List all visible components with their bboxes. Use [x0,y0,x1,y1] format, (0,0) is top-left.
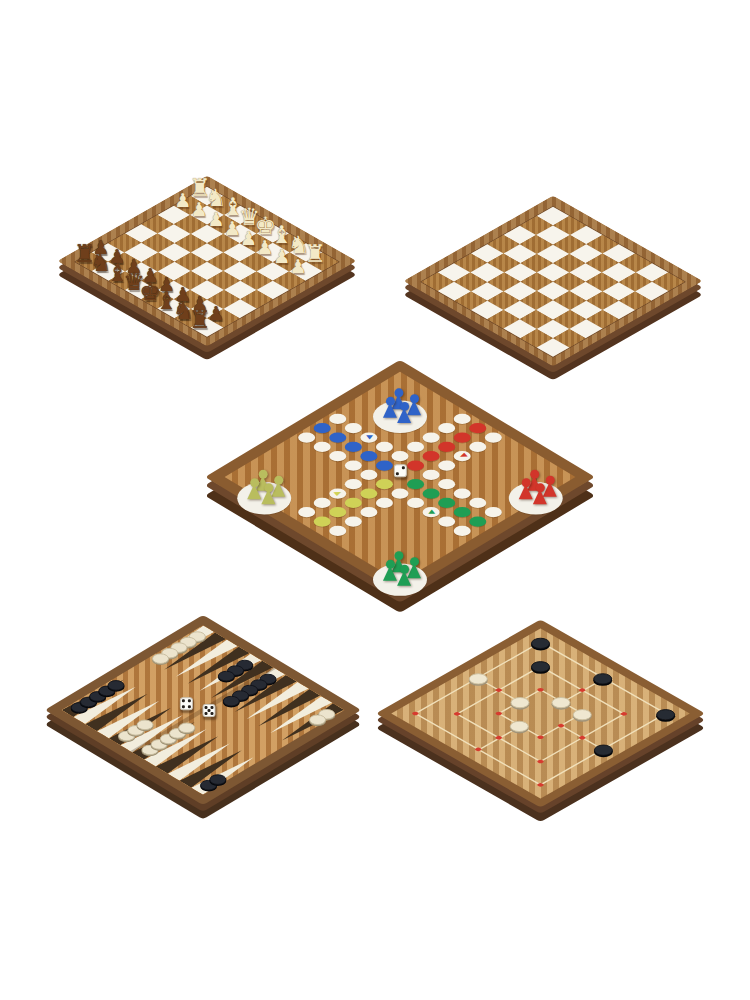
ludo-pawn-yellow [247,478,262,499]
ludo-track-cell [326,411,350,425]
ludo-finish-cell-green [419,486,443,500]
chequerboard [403,196,703,367]
ludo-finish-cell-green [450,505,474,519]
ludo-finish-cell-yellow [357,486,381,500]
empty-chequerboard [403,192,703,370]
ludo-finish-cell-red [466,421,490,435]
nine-mens-morris-board [376,618,706,808]
backgammon-surface [62,625,345,795]
morris-board-surface [376,620,706,808]
ludo-track-cell [372,439,396,453]
ludo-pawn-red [533,483,548,504]
chess-grid: ♜♞♝♛♚♝♞♜♟♟♟♟♟♟♟♟♟♟♟♟♟♟♟♟♜♞♝♛♚♝♞♜ [74,186,340,338]
backgammon-board-surface [45,615,362,805]
ludo-pawn-green [383,560,398,581]
ludo-track-cell [295,430,319,444]
ludo-track-cell [419,467,443,481]
ludo-track-cell [341,477,365,491]
ludo-track-cell [326,449,350,463]
ludo-finish-cell-yellow [372,477,396,491]
ludo-track-cell [466,495,490,509]
ludo-board-surface: ▲▲▲▲ [205,360,595,594]
ludo-pawn-red [518,478,533,499]
chess-grid [420,206,686,358]
ludo-track-cell [388,486,412,500]
ludo-track-cell [372,495,396,509]
ludo-track-cell: ▲ [450,449,474,463]
ludo-pawn-blue [383,397,398,418]
ludo-finish-cell-yellow [326,505,350,519]
ludo-track-cell [450,486,474,500]
ludo-track-cell [450,411,474,425]
ludo-track-cell [341,458,365,472]
ludo-finish-cell-green [466,514,490,528]
ludo-start-arrow-red: ▲ [455,450,471,462]
ludo-track-cell [435,514,459,528]
die-showing-4 [180,697,193,710]
ludo-finish-cell-red [404,458,428,472]
ludo-finish-cell-blue [372,458,396,472]
ludo-surface: ▲▲▲▲ [225,372,576,582]
ludo-track-cell [357,467,381,481]
ludo-finish-cell-green [435,495,459,509]
ludo-finish-cell-green [404,477,428,491]
ludo-track-cell: ▲ [419,505,443,519]
ludo-start-arrow-blue: ▲ [361,434,378,439]
ludo-track-cell [310,495,334,509]
ludo-track-cell [388,449,412,463]
ludo-finish-cell-blue [326,430,350,444]
ludo-track-cell: ▲ [326,486,350,500]
die-showing-2 [394,464,407,477]
ludo-finish-cell-yellow [341,495,365,509]
ludo-track-cell [404,495,428,509]
ludo-finish-cell-yellow [310,514,334,528]
ludo-track-cell [295,505,319,519]
ludo-finish-cell-blue [341,439,365,453]
ludo-finish-cell-red [419,449,443,463]
ludo-finish-cell-blue [310,421,334,435]
ludo-track-cell [481,430,505,444]
product-photo-5in1-game-set: ♜♞♝♛♚♝♞♜♟♟♟♟♟♟♟♟♟♟♟♟♟♟♟♟♜♞♝♛♚♝♞♜ ▲▲▲▲ [0,0,750,1000]
ludo-track-cell [466,439,490,453]
ludo-track-cell [450,523,474,537]
ludo-pawn-yellow [261,483,276,504]
ludo-track-cell [435,458,459,472]
ludo-track-cell [404,439,428,453]
ludo-board: ▲▲▲▲ [205,358,595,596]
ludo-track-cell [341,421,365,435]
morris-surface [391,628,689,798]
ludo-start-arrow-green: ▲ [423,509,440,514]
backgammon-board [45,612,361,808]
ludo-start-arrow-yellow: ▲ [330,487,346,499]
ludo-track-cell [419,430,443,444]
ludo-track-cell [326,523,350,537]
ludo-track-cell [435,421,459,435]
ludo-track-cell [310,439,334,453]
ludo-pawn-blue [397,402,412,423]
ludo-track-cell [435,477,459,491]
ludo-pawn-green [397,565,412,586]
ludo-finish-cell-red [450,430,474,444]
ludo-finish-cell-blue [357,449,381,463]
ludo-track-cell [481,505,505,519]
chess-board: ♜♞♝♛♚♝♞♜♟♟♟♟♟♟♟♟♟♟♟♟♟♟♟♟♜♞♝♛♚♝♞♜ [57,176,357,347]
chess-board-with-pieces: ♜♞♝♛♚♝♞♜♟♟♟♟♟♟♟♟♟♟♟♟♟♟♟♟♜♞♝♛♚♝♞♜ [57,172,357,350]
morris-point [536,782,544,787]
ludo-track-cell: ▲ [357,430,381,444]
chess-piece-brown-r: ♜ [188,308,211,332]
ludo-track-cell [341,514,365,528]
die-showing-5 [202,704,215,717]
ludo-track-cell [357,505,381,519]
